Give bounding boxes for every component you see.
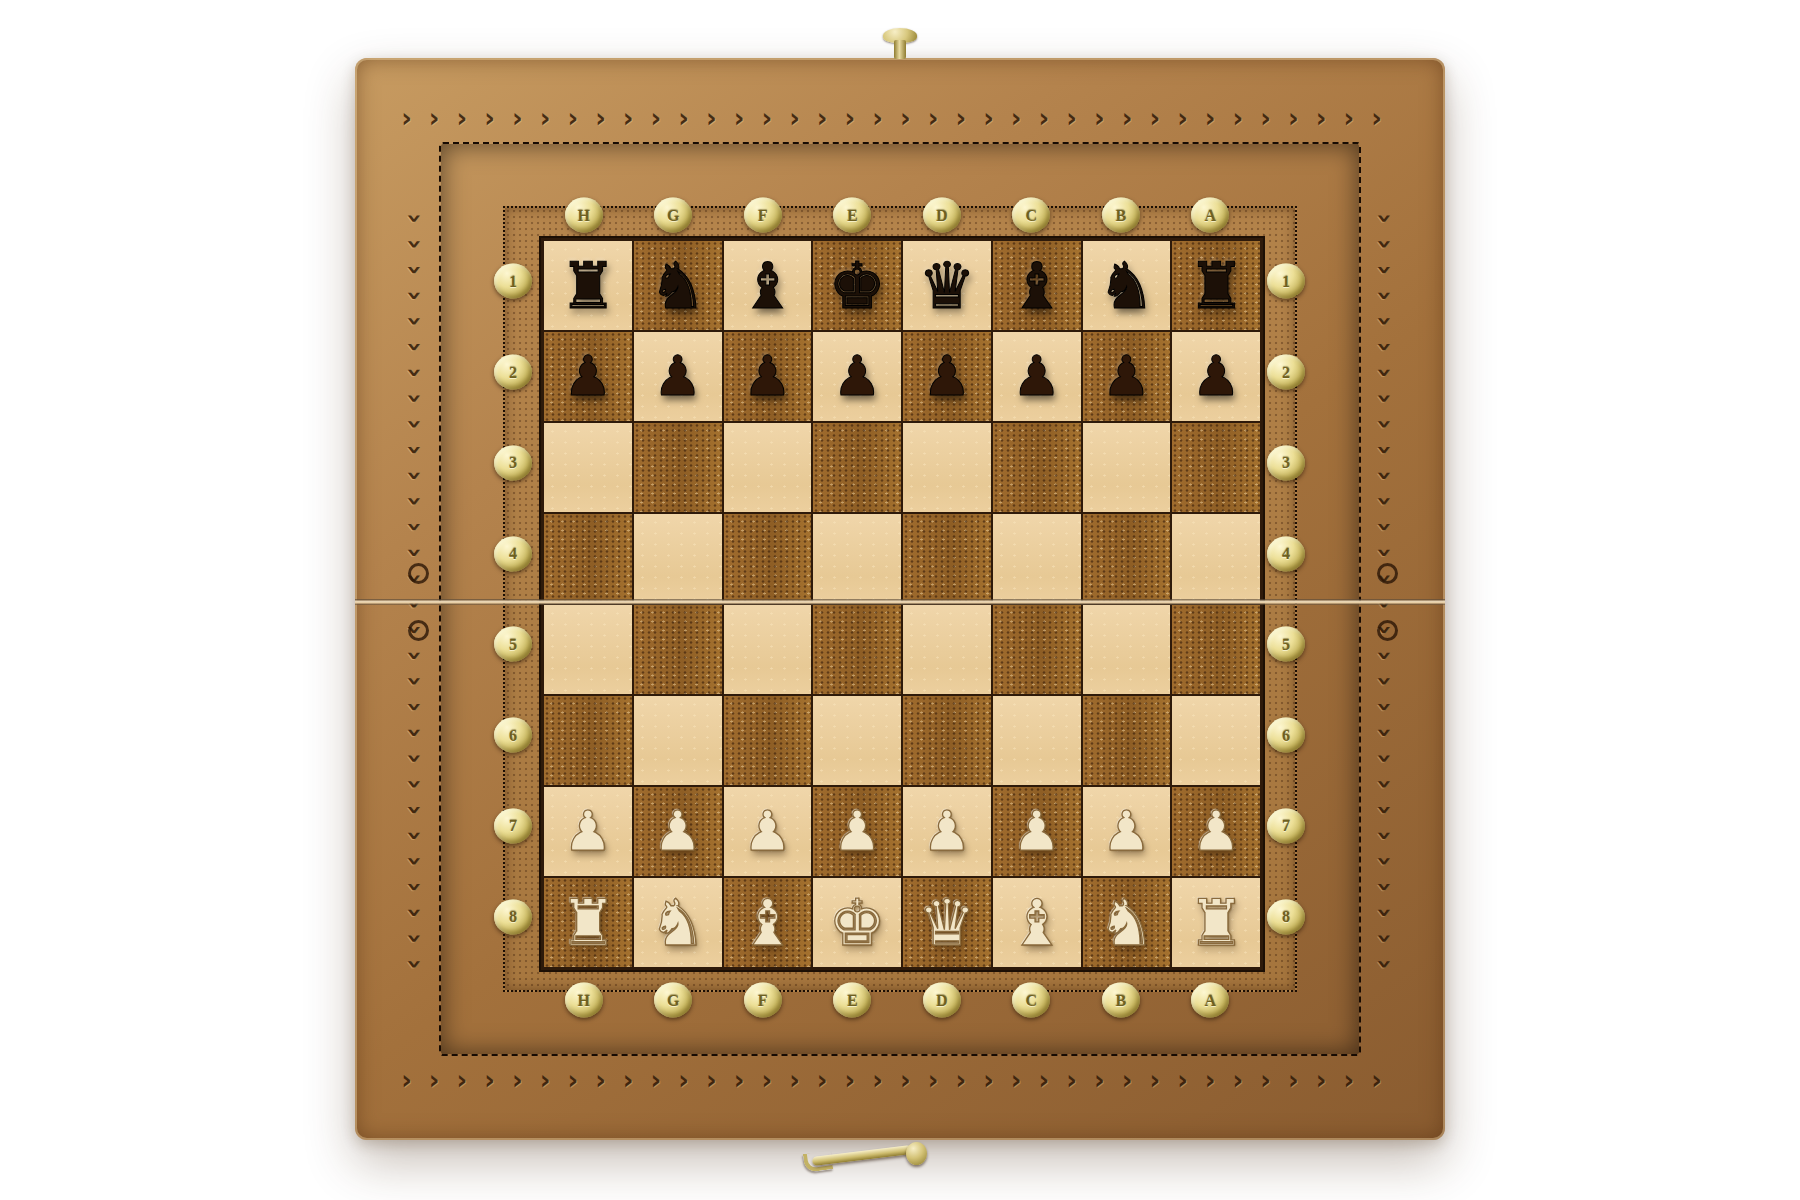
stud-label: 3: [1282, 454, 1290, 472]
piece-black-king[interactable]: ♚: [828, 254, 885, 318]
stud-label: 6: [509, 726, 517, 744]
coord-stud-right-4: 4: [1267, 536, 1305, 571]
square-e4[interactable]: [813, 514, 901, 603]
stud-label: 5: [1282, 635, 1290, 653]
square-b2[interactable]: ♟: [1083, 332, 1171, 421]
square-b5[interactable]: [1083, 605, 1171, 694]
stud-label: 4: [1282, 545, 1290, 563]
clasp-latch: [810, 1136, 940, 1178]
piece-black-pawn[interactable]: ♟: [1191, 349, 1240, 404]
square-g1[interactable]: ♞: [634, 241, 722, 330]
chevron-border-top: ››››››››››››››››››››››››››››››››››››: [401, 96, 1399, 140]
piece-black-rook[interactable]: ♜: [1187, 254, 1244, 318]
square-f1[interactable]: ♝: [724, 241, 812, 330]
hinge-ring-ornament: [1377, 620, 1398, 641]
square-h5[interactable]: [544, 605, 632, 694]
stud-label: 7: [509, 817, 517, 835]
square-a1[interactable]: ♜: [1172, 241, 1260, 330]
square-f5[interactable]: [724, 605, 812, 694]
square-e3[interactable]: [813, 423, 901, 512]
square-d2[interactable]: ♟: [903, 332, 991, 421]
coord-stud-bottom-F: F: [744, 983, 782, 1018]
coord-stud-right-1: 1: [1267, 264, 1305, 299]
coord-stud-top-F: F: [744, 198, 782, 233]
square-d5[interactable]: [903, 605, 991, 694]
square-e7[interactable]: ♟: [813, 787, 901, 876]
piece-black-pawn[interactable]: ♟: [653, 349, 702, 404]
square-f6[interactable]: [724, 696, 812, 785]
piece-white-pawn[interactable]: ♟: [743, 804, 792, 859]
chess-box: ›››››››››››››››››››››››››››››››››››› ›››…: [355, 58, 1445, 1140]
piece-black-queen[interactable]: ♛: [918, 254, 975, 318]
square-c8[interactable]: ♝: [993, 878, 1081, 967]
square-f2[interactable]: ♟: [724, 332, 812, 421]
stud-label: G: [667, 206, 679, 224]
square-f7[interactable]: ♟: [724, 787, 812, 876]
coord-stud-top-C: C: [1012, 198, 1050, 233]
piece-black-bishop[interactable]: ♝: [739, 254, 796, 318]
coord-stud-top-A: A: [1191, 198, 1229, 233]
square-a6[interactable]: [1172, 696, 1260, 785]
lid-knob-stem: [894, 40, 906, 59]
square-h4[interactable]: [544, 514, 632, 603]
stud-label: 8: [509, 908, 517, 926]
piece-white-pawn[interactable]: ♟: [1102, 804, 1151, 859]
square-b7[interactable]: ♟: [1083, 787, 1171, 876]
piece-white-pawn[interactable]: ♟: [832, 804, 881, 859]
coord-stud-right-5: 5: [1267, 627, 1305, 662]
square-a7[interactable]: ♟: [1172, 787, 1260, 876]
square-a8[interactable]: ♜: [1172, 878, 1260, 967]
square-c5[interactable]: [993, 605, 1081, 694]
square-c4[interactable]: [993, 514, 1081, 603]
square-g5[interactable]: [634, 605, 722, 694]
stud-label: F: [758, 991, 768, 1009]
stud-label: 2: [1282, 363, 1290, 381]
square-g7[interactable]: ♟: [634, 787, 722, 876]
square-g2[interactable]: ♟: [634, 332, 722, 421]
hinge-ring-ornament: [1377, 563, 1398, 584]
coord-stud-left-2: 2: [494, 355, 532, 390]
piece-black-pawn[interactable]: ♟: [563, 349, 612, 404]
coord-stud-top-G: G: [654, 198, 692, 233]
square-d4[interactable]: [903, 514, 991, 603]
stud-label: C: [1025, 206, 1037, 224]
coord-stud-top-E: E: [833, 198, 871, 233]
square-g4[interactable]: [634, 514, 722, 603]
square-c7[interactable]: ♟: [993, 787, 1081, 876]
coord-stud-right-8: 8: [1267, 899, 1305, 934]
square-c6[interactable]: [993, 696, 1081, 785]
square-e8[interactable]: ♚: [813, 878, 901, 967]
coord-stud-left-5: 5: [494, 627, 532, 662]
stud-label: B: [1115, 206, 1126, 224]
square-a4[interactable]: [1172, 514, 1260, 603]
clasp-knob: [906, 1142, 927, 1165]
piece-black-knight[interactable]: ♞: [1098, 254, 1155, 318]
coord-stud-left-8: 8: [494, 899, 532, 934]
piece-white-pawn[interactable]: ♟: [563, 804, 612, 859]
piece-black-pawn[interactable]: ♟: [743, 349, 792, 404]
piece-white-queen[interactable]: ♛: [918, 891, 975, 955]
square-h1[interactable]: ♜: [544, 241, 632, 330]
piece-black-pawn[interactable]: ♟: [832, 349, 881, 404]
stud-label: G: [667, 991, 679, 1009]
square-b4[interactable]: [1083, 514, 1171, 603]
square-d7[interactable]: ♟: [903, 787, 991, 876]
stud-label: H: [578, 991, 590, 1009]
piece-black-knight[interactable]: ♞: [649, 254, 706, 318]
square-e6[interactable]: [813, 696, 901, 785]
piece-black-bishop[interactable]: ♝: [1008, 254, 1065, 318]
square-d8[interactable]: ♛: [903, 878, 991, 967]
piece-white-knight[interactable]: ♞: [1098, 891, 1155, 955]
stud-label: 6: [1282, 726, 1290, 744]
stud-label: B: [1115, 991, 1126, 1009]
square-g3[interactable]: [634, 423, 722, 512]
square-h8[interactable]: ♜: [544, 878, 632, 967]
piece-white-bishop[interactable]: ♝: [1008, 891, 1065, 955]
piece-black-pawn[interactable]: ♟: [1012, 349, 1061, 404]
square-h3[interactable]: [544, 423, 632, 512]
square-h6[interactable]: [544, 696, 632, 785]
coord-stud-right-2: 2: [1267, 355, 1305, 390]
chevron-border-bottom: ››››››››››››››››››››››››››››››››››››: [401, 1058, 1399, 1102]
stud-label: D: [936, 991, 948, 1009]
photo-background: ›››››››››››››››››››››››››››››››››››› ›››…: [0, 0, 1800, 1200]
piece-white-pawn[interactable]: ♟: [653, 804, 702, 859]
square-b1[interactable]: ♞: [1083, 241, 1171, 330]
square-c1[interactable]: ♝: [993, 241, 1081, 330]
stud-label: E: [847, 991, 858, 1009]
coord-stud-top-H: H: [565, 198, 603, 233]
coord-stud-right-7: 7: [1267, 808, 1305, 843]
square-b6[interactable]: [1083, 696, 1171, 785]
square-h7[interactable]: ♟: [544, 787, 632, 876]
piece-white-pawn[interactable]: ♟: [922, 804, 971, 859]
hinge-ring-ornament: [408, 620, 429, 641]
coord-stud-left-4: 4: [494, 536, 532, 571]
square-e5[interactable]: [813, 605, 901, 694]
piece-white-pawn[interactable]: ♟: [1191, 804, 1240, 859]
square-b8[interactable]: ♞: [1083, 878, 1171, 967]
stud-label: 8: [1282, 908, 1290, 926]
piece-black-pawn[interactable]: ♟: [922, 349, 971, 404]
piece-black-rook[interactable]: ♜: [559, 254, 616, 318]
stud-label: 1: [509, 272, 517, 290]
square-a5[interactable]: [1172, 605, 1260, 694]
square-e1[interactable]: ♚: [813, 241, 901, 330]
square-h2[interactable]: ♟: [544, 332, 632, 421]
coord-stud-left-7: 7: [494, 808, 532, 843]
square-d1[interactable]: ♛: [903, 241, 991, 330]
coord-stud-bottom-G: G: [654, 983, 692, 1018]
stud-label: C: [1025, 991, 1037, 1009]
stud-label: A: [1204, 206, 1216, 224]
coord-stud-bottom-D: D: [923, 983, 961, 1018]
stud-label: 3: [509, 454, 517, 472]
coord-stud-bottom-H: H: [565, 983, 603, 1018]
square-a3[interactable]: [1172, 423, 1260, 512]
square-b3[interactable]: [1083, 423, 1171, 512]
square-c3[interactable]: [993, 423, 1081, 512]
piece-white-bishop[interactable]: ♝: [739, 891, 796, 955]
piece-white-rook[interactable]: ♜: [1187, 891, 1244, 955]
square-d6[interactable]: [903, 696, 991, 785]
hinge-ring-ornament: [408, 563, 429, 584]
stud-label: D: [936, 206, 948, 224]
stud-label: 5: [509, 635, 517, 653]
piece-white-pawn[interactable]: ♟: [1012, 804, 1061, 859]
stud-label: A: [1204, 991, 1216, 1009]
coord-stud-right-6: 6: [1267, 718, 1305, 753]
square-c2[interactable]: ♟: [993, 332, 1081, 421]
square-d3[interactable]: [903, 423, 991, 512]
square-e2[interactable]: ♟: [813, 332, 901, 421]
coord-stud-bottom-A: A: [1191, 983, 1229, 1018]
piece-black-pawn[interactable]: ♟: [1102, 349, 1151, 404]
coord-stud-right-3: 3: [1267, 445, 1305, 480]
square-g8[interactable]: ♞: [634, 878, 722, 967]
stud-label: 2: [509, 363, 517, 381]
piece-white-king[interactable]: ♚: [828, 891, 885, 955]
coord-stud-bottom-E: E: [833, 983, 871, 1018]
coord-stud-left-6: 6: [494, 718, 532, 753]
stud-label: F: [758, 206, 768, 224]
square-g6[interactable]: [634, 696, 722, 785]
coord-stud-bottom-B: B: [1102, 983, 1140, 1018]
square-f3[interactable]: [724, 423, 812, 512]
square-f4[interactable]: [724, 514, 812, 603]
coord-stud-bottom-C: C: [1012, 983, 1050, 1018]
stud-label: E: [847, 206, 858, 224]
hinge-seam: [355, 599, 1445, 605]
square-f8[interactable]: ♝: [724, 878, 812, 967]
coord-stud-top-B: B: [1102, 198, 1140, 233]
coord-stud-top-D: D: [923, 198, 961, 233]
coord-stud-left-1: 1: [494, 264, 532, 299]
stud-label: 4: [509, 545, 517, 563]
piece-white-rook[interactable]: ♜: [559, 891, 616, 955]
stud-label: 1: [1282, 272, 1290, 290]
square-a2[interactable]: ♟: [1172, 332, 1260, 421]
coord-stud-left-3: 3: [494, 445, 532, 480]
stud-label: 7: [1282, 817, 1290, 835]
stud-label: H: [578, 206, 590, 224]
piece-white-knight[interactable]: ♞: [649, 891, 706, 955]
clasp-bar: [812, 1145, 912, 1166]
